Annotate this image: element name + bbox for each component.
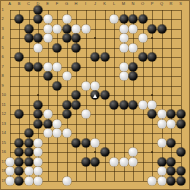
stone-white [34,167,43,176]
stone-black [72,91,81,100]
stone-black [72,34,81,43]
stone-black [34,15,43,24]
stone-white [34,138,43,147]
stone-black [100,148,109,157]
stone-black [148,24,157,33]
stone-white [129,43,138,52]
stone-black [138,53,147,62]
stone-black [15,167,24,176]
column-label: J [94,2,96,6]
row-label: 15 [2,141,6,145]
stone-black [53,43,62,52]
column-label: M [122,2,125,6]
stone-black [100,91,109,100]
grid-line-horizontal [10,133,181,134]
stone-black [81,157,90,166]
stone-black [91,53,100,62]
row-label: 8 [2,74,4,78]
stone-black [129,15,138,24]
column-label: P [151,2,154,6]
stone-white [129,24,138,33]
row-label: 4 [2,36,4,40]
stone-black [129,62,138,71]
column-label: Q [160,2,163,6]
stone-white [43,129,52,138]
stone-black [62,100,71,109]
stone-black [100,53,109,62]
column-label: R [170,2,173,6]
row-label: 6 [2,55,4,59]
stone-black [110,100,119,109]
star-point [94,151,96,153]
stone-black [62,34,71,43]
stone-white [119,34,128,43]
row-label: 9 [2,84,4,88]
stone-black [24,62,33,71]
stone-white [138,34,147,43]
column-label: B [18,2,21,6]
go-app-window: ABCDEFGHIJKLMNOPQRS123456789101112131415… [0,0,190,190]
star-point [151,37,153,39]
stone-white [91,81,100,90]
stone-white [5,157,14,166]
stone-black [72,100,81,109]
stone-black [43,72,52,81]
stone-white [62,176,71,185]
stone-black [157,24,166,33]
stone-white [119,62,128,71]
stone-white [34,176,43,185]
stone-black [176,176,185,185]
grid-line-vertical [171,10,172,181]
stone-white [148,176,157,185]
stone-white [119,43,128,52]
stone-black [15,157,24,166]
stone-black [24,34,33,43]
stone-black [15,110,24,119]
stone-white [72,24,81,33]
stone-white [43,15,52,24]
stone-white [24,176,33,185]
star-point [37,94,39,96]
stone-white [119,72,128,81]
column-label: N [132,2,135,6]
stone-white [81,81,90,90]
stone-white [167,119,176,128]
stone-black [43,119,52,128]
stone-white [24,167,33,176]
row-label: 14 [2,131,6,135]
stone-black [62,110,71,119]
stone-black [176,148,185,157]
column-label: F [56,2,58,6]
stone-white [157,138,166,147]
grid-line-vertical [162,10,163,181]
stone-white [5,167,14,176]
stone-black [72,62,81,71]
go-board[interactable]: ABCDEFGHIJKLMNOPQRS123456789101112131415… [1,1,190,190]
stone-black [176,110,185,119]
row-label: 1 [2,8,4,12]
stone-white [5,176,14,185]
stone-black [34,34,43,43]
stone-white [34,148,43,157]
stone-white [53,62,62,71]
stone-black [15,176,24,185]
stone-black [167,176,176,185]
stone-black [148,53,157,62]
row-label: 3 [2,27,4,31]
stone-black [129,72,138,81]
row-label: 16 [2,150,6,154]
star-point [151,94,153,96]
stone-black [167,110,176,119]
stone-white [34,43,43,52]
stone-white [110,15,119,24]
stone-black [119,15,128,24]
column-label: E [46,2,49,6]
column-label: L [113,2,115,6]
stone-black [24,148,33,157]
column-label: A [8,2,11,6]
stone-white [62,129,71,138]
stone-black [34,62,43,71]
stone-white [53,119,62,128]
stone-black [167,138,176,147]
stone-black [81,138,90,147]
column-label: S [179,2,182,6]
row-label: 2 [2,17,4,21]
column-label: I [85,2,86,6]
column-label: H [75,2,78,6]
star-point [94,37,96,39]
stone-white [81,110,90,119]
stone-black [34,100,43,109]
stone-black [167,167,176,176]
stone-white [43,34,52,43]
stone-white [43,110,52,119]
stone-white [43,24,52,33]
stone-black [176,119,185,128]
stone-white [129,157,138,166]
stone-black [62,24,71,33]
stone-white [53,129,62,138]
stone-black [24,157,33,166]
star-point [151,151,153,153]
column-label: G [65,2,68,6]
stone-black [24,129,33,138]
stone-white [62,72,71,81]
stone-white [91,138,100,147]
stone-black [119,100,128,109]
stone-black [138,15,147,24]
stone-black [15,15,24,24]
row-label: 10 [2,93,6,97]
grid-line-vertical [114,10,115,181]
stone-black [72,138,81,147]
row-label: 7 [2,65,4,69]
stone-white [157,110,166,119]
row-label: 13 [2,122,6,126]
stone-white [62,15,71,24]
stone-white [110,157,119,166]
stone-black [148,110,157,119]
stone-black [24,24,33,33]
stone-black [34,119,43,128]
stone-white [53,24,62,33]
column-label: O [141,2,144,6]
stone-black [34,5,43,14]
stone-black [53,81,62,90]
stone-black [176,167,185,176]
row-label: 11 [2,103,6,107]
last-move-marker [93,94,97,98]
stone-white [119,24,128,33]
stone-white [157,119,166,128]
stone-white [119,157,128,166]
stone-black [72,43,81,52]
stone-black [167,157,176,166]
stone-black [24,138,33,147]
stone-white [148,100,157,109]
stone-white [157,176,166,185]
stone-white [129,148,138,157]
stone-white [81,24,90,33]
column-label: C [27,2,30,6]
stone-white [157,167,166,176]
stone-black [15,138,24,147]
column-label: K [103,2,106,6]
stone-black [15,148,24,157]
stone-black [34,110,43,119]
stone-white [43,62,52,71]
stone-black [129,100,138,109]
stone-black [157,157,166,166]
stone-white [138,100,147,109]
row-label: 5 [2,46,4,50]
stone-black [91,157,100,166]
row-label: 12 [2,112,6,116]
stone-white [34,157,43,166]
stone-black [15,53,24,62]
